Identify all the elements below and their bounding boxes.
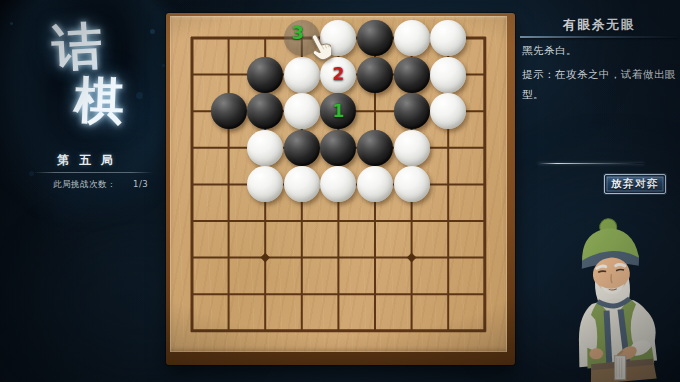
stone-white[interactable] [430, 20, 466, 56]
left-panel: 诘 棋 第五局 此局挑战次数： 1/3 [0, 0, 170, 382]
stone-white[interactable] [394, 166, 430, 202]
mode-title-char-1: 诘 [51, 21, 104, 74]
go-board[interactable]: 213 [166, 13, 515, 365]
mode-title-char-2: 棋 [73, 75, 125, 127]
divider [538, 163, 644, 164]
puzzle-title: 有眼杀无眼 [520, 17, 678, 34]
stone-black[interactable] [357, 57, 393, 93]
stone-black[interactable] [394, 57, 430, 93]
divider [520, 36, 678, 38]
right-panel: 有眼杀无眼 黑先杀白。 提示：在攻杀之中，试着做出眼型。 放弃对弈 [520, 0, 680, 230]
ink-splash-dots [10, 22, 13, 25]
stone-white[interactable] [284, 166, 320, 202]
stone-black[interactable] [211, 93, 247, 129]
attempts-value: 1/3 [133, 179, 148, 191]
attempts-row: 此局挑战次数： 1/3 [53, 179, 148, 191]
attempts-label: 此局挑战次数： [53, 179, 116, 191]
round-label: 第五局 [0, 152, 170, 169]
game-screen: 诘 棋 第五局 此局挑战次数： 1/3 213 有眼杀无眼 黑先杀白。 提示：在… [0, 0, 680, 382]
objective-text: 黑先杀白。 [522, 44, 577, 58]
stone-black[interactable] [394, 93, 430, 129]
resign-button[interactable]: 放弃对弈 [604, 174, 666, 194]
stone-black[interactable] [284, 130, 320, 166]
move-number: 3 [292, 24, 305, 42]
stone-black[interactable] [357, 20, 393, 56]
board-surface[interactable]: 213 [170, 16, 507, 352]
stone-white[interactable] [284, 93, 320, 129]
divider [33, 172, 153, 173]
teacher-character [548, 214, 680, 382]
move-number: 2 [332, 66, 344, 83]
stone-black[interactable] [320, 130, 356, 166]
stone-white[interactable] [394, 130, 430, 166]
stone-black[interactable] [357, 130, 393, 166]
stone-white[interactable] [394, 20, 430, 56]
stone-white[interactable] [247, 130, 283, 166]
move-number: 1 [332, 103, 344, 120]
hint-text: 提示：在攻杀之中，试着做出眼型。 [522, 64, 680, 105]
stone-white[interactable] [430, 57, 466, 93]
hand-cursor-icon [304, 34, 331, 66]
stone-black[interactable] [247, 57, 283, 93]
